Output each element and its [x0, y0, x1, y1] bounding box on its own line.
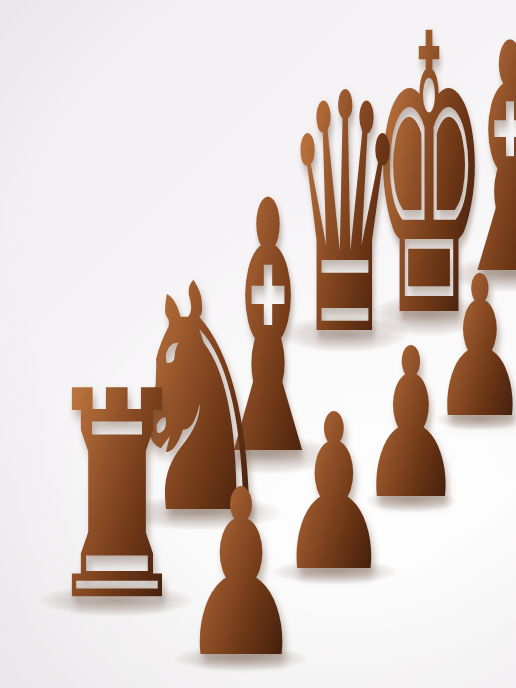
rook-glyph: ♜	[45, 383, 189, 612]
pawn-front-piece: ♟	[190, 487, 292, 667]
rook-piece: ♜	[58, 388, 176, 612]
pawn-glyph: ♟	[179, 483, 303, 667]
chess-photo-canvas: ♚ ♝ ♛ ♝ ♟ ♞ ♟ ♜ ♟ ♟	[0, 0, 516, 688]
